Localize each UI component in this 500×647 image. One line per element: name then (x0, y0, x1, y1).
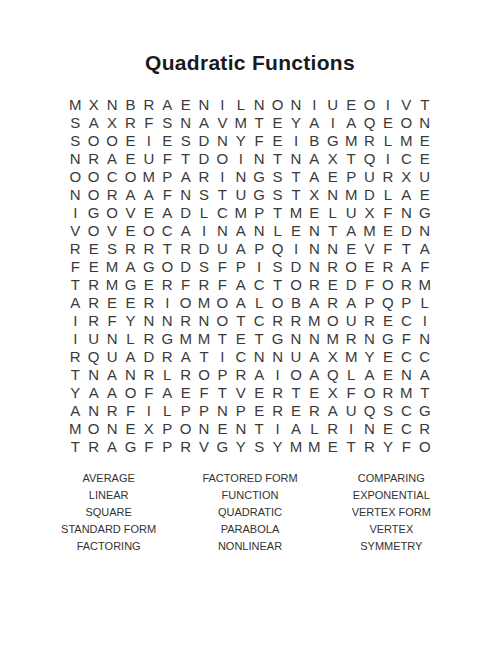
grid-cell-r6c2: O (84, 186, 102, 204)
grid-cell-r17c1: Y (66, 384, 84, 402)
grid-cell-r20c1: T (66, 438, 84, 456)
grid-cell-r14c10: E (232, 330, 250, 348)
grid-cell-r17c8: F (195, 384, 213, 402)
grid-cell-r13c12: R (268, 312, 286, 330)
grid-cell-r5c10: N (232, 168, 250, 186)
grid-cell-r12c15: R (324, 294, 342, 312)
grid-cell-r19c16: I (342, 420, 360, 438)
grid-cell-r20c5: F (140, 438, 158, 456)
grid-cell-r13c8: N (195, 312, 213, 330)
grid-cell-r9c2: E (84, 240, 102, 258)
grid-cell-r20c4: G (121, 438, 139, 456)
grid-cell-r15c16: M (342, 348, 360, 366)
grid-cell-r18c18: S (379, 402, 397, 420)
word-item: VERTEX FORM (352, 504, 431, 521)
grid-cell-r8c9: N (213, 222, 231, 240)
grid-cell-r13c14: M (305, 312, 323, 330)
grid-cell-r5c2: O (84, 168, 102, 186)
grid-cell-r17c16: F (342, 384, 360, 402)
grid-cell-r16c11: A (250, 366, 268, 384)
grid-cell-r10c6: O (158, 258, 176, 276)
word-column-1: AVERAGELINEARSQUARESTANDARD FORMFACTORIN… (38, 470, 179, 555)
word-column-2: FACTORED FORMFUNCTIONQUADRATICPARABOLANO… (179, 470, 320, 555)
grid-cell-r8c17: M (360, 222, 378, 240)
grid-cell-r2c12: E (268, 114, 286, 132)
grid-cell-r9c3: S (103, 240, 121, 258)
grid-cell-r7c11: P (250, 204, 268, 222)
word-item: PARABOLA (221, 521, 280, 538)
word-item: FACTORING (77, 538, 141, 555)
grid-cell-r11c12: T (268, 276, 286, 294)
grid-cell-r12c12: O (268, 294, 286, 312)
grid-cell-r14c5: R (140, 330, 158, 348)
grid-cell-r6c5: A (140, 186, 158, 204)
grid-cell-r15c17: Y (360, 348, 378, 366)
grid-cell-r20c13: M (287, 438, 305, 456)
grid-cell-r19c17: N (360, 420, 378, 438)
grid-cell-r7c14: E (305, 204, 323, 222)
grid-cell-r20c3: A (103, 438, 121, 456)
grid-cell-r11c11: C (250, 276, 268, 294)
grid-cell-r16c8: O (195, 366, 213, 384)
grid-cell-r15c15: X (324, 348, 342, 366)
grid-cell-r4c14: A (305, 150, 323, 168)
grid-cell-r10c10: P (232, 258, 250, 276)
grid-cell-r11c15: E (324, 276, 342, 294)
grid-cell-r20c17: R (360, 438, 378, 456)
grid-cell-r17c4: O (121, 384, 139, 402)
grid-cell-r10c8: S (195, 258, 213, 276)
grid-cell-r13c17: R (360, 312, 378, 330)
word-item: FUNCTION (222, 487, 279, 504)
grid-cell-r17c5: F (140, 384, 158, 402)
grid-cell-r9c7: R (176, 240, 194, 258)
grid-cell-r16c15: Q (324, 366, 342, 384)
grid-cell-r14c17: N (360, 330, 378, 348)
grid-cell-r6c18: L (379, 186, 397, 204)
grid-cell-r10c16: O (342, 258, 360, 276)
grid-cell-r10c5: G (140, 258, 158, 276)
grid-cell-r7c4: V (121, 204, 139, 222)
grid-cell-r7c5: E (140, 204, 158, 222)
grid-cell-r17c14: E (305, 384, 323, 402)
grid-cell-r16c13: O (287, 366, 305, 384)
grid-cell-r16c1: T (66, 366, 84, 384)
word-item: QUADRATIC (218, 504, 282, 521)
grid-cell-r10c18: R (379, 258, 397, 276)
grid-cell-r1c20: T (416, 96, 434, 114)
grid-cell-r20c11: S (250, 438, 268, 456)
grid-cell-r1c4: B (121, 96, 139, 114)
grid-cell-r14c3: N (103, 330, 121, 348)
grid-cell-r2c8: A (195, 114, 213, 132)
grid-cell-r4c3: A (103, 150, 121, 168)
grid-cell-r18c11: E (250, 402, 268, 420)
grid-cell-r10c11: I (250, 258, 268, 276)
grid-cell-r2c4: R (121, 114, 139, 132)
grid-cell-r1c19: V (397, 96, 415, 114)
grid-cell-r6c6: F (158, 186, 176, 204)
word-item: LINEAR (89, 487, 129, 504)
grid-cell-r7c7: D (176, 204, 194, 222)
grid-cell-r10c15: R (324, 258, 342, 276)
grid-cell-r6c12: S (268, 186, 286, 204)
grid-cell-r4c13: N (287, 150, 305, 168)
grid-cell-r7c9: C (213, 204, 231, 222)
grid-cell-r7c6: A (158, 204, 176, 222)
grid-cell-r19c2: O (84, 420, 102, 438)
grid-cell-r20c6: P (158, 438, 176, 456)
grid-cell-r6c11: G (250, 186, 268, 204)
grid-cell-r9c14: N (305, 240, 323, 258)
grid-cell-r9c12: Q (268, 240, 286, 258)
grid-cell-r9c17: V (360, 240, 378, 258)
grid-cell-r14c7: M (176, 330, 194, 348)
word-list: AVERAGELINEARSQUARESTANDARD FORMFACTORIN… (38, 470, 462, 555)
grid-cell-r19c20: R (416, 420, 434, 438)
grid-cell-r4c4: E (121, 150, 139, 168)
grid-cell-r15c11: N (250, 348, 268, 366)
grid-cell-r9c18: F (379, 240, 397, 258)
grid-cell-r18c19: C (397, 402, 415, 420)
grid-cell-r17c20: T (416, 384, 434, 402)
grid-cell-r18c9: N (213, 402, 231, 420)
grid-cell-r2c6: S (158, 114, 176, 132)
grid-cell-r18c20: G (416, 402, 434, 420)
grid-cell-r11c18: O (379, 276, 397, 294)
grid-cell-r19c6: P (158, 420, 176, 438)
grid-cell-r12c20: L (416, 294, 434, 312)
grid-cell-r5c7: A (176, 168, 194, 186)
word-item: VERTEX (369, 521, 413, 538)
grid-cell-r13c5: N (140, 312, 158, 330)
grid-cell-r14c1: I (66, 330, 84, 348)
grid-cell-r6c15: N (324, 186, 342, 204)
grid-cell-r3c6: E (158, 132, 176, 150)
grid-cell-r20c19: F (397, 438, 415, 456)
grid-cell-r4c20: E (416, 150, 434, 168)
grid-cell-r5c13: T (287, 168, 305, 186)
grid-cell-r14c2: U (84, 330, 102, 348)
grid-cell-r14c18: G (379, 330, 397, 348)
grid-cell-r4c11: N (250, 150, 268, 168)
grid-cell-r11c6: R (158, 276, 176, 294)
grid-cell-r15c20: C (416, 348, 434, 366)
grid-cell-r9c13: I (287, 240, 305, 258)
grid-cell-r17c2: A (84, 384, 102, 402)
grid-cell-r12c16: A (342, 294, 360, 312)
grid-cell-r11c5: E (140, 276, 158, 294)
grid-cell-r7c19: N (397, 204, 415, 222)
word-item: AVERAGE (82, 470, 134, 487)
grid-cell-r4c2: R (84, 150, 102, 168)
grid-cell-r13c11: C (250, 312, 268, 330)
grid-cell-r11c17: F (360, 276, 378, 294)
grid-cell-r4c18: I (379, 150, 397, 168)
grid-cell-r11c19: R (397, 276, 415, 294)
grid-cell-r1c10: L (232, 96, 250, 114)
grid-cell-r15c8: T (195, 348, 213, 366)
grid-cell-r2c14: A (305, 114, 323, 132)
word-column-3: COMPARINGEXPONENTIALVERTEX FORMVERTEXSYM… (321, 470, 462, 555)
grid-cell-r20c9: G (213, 438, 231, 456)
grid-cell-r8c16: A (342, 222, 360, 240)
grid-cell-r11c8: R (195, 276, 213, 294)
grid-cell-r16c3: A (103, 366, 121, 384)
grid-cell-r7c10: M (232, 204, 250, 222)
grid-cell-r17c9: T (213, 384, 231, 402)
grid-cell-r17c15: X (324, 384, 342, 402)
grid-cell-r13c3: F (103, 312, 121, 330)
grid-cell-r3c10: Y (232, 132, 250, 150)
grid-cell-r8c19: D (397, 222, 415, 240)
grid-cell-r19c8: N (195, 420, 213, 438)
grid-cell-r18c3: R (103, 402, 121, 420)
grid-cell-r12c13: B (287, 294, 305, 312)
grid-cell-r18c13: E (287, 402, 305, 420)
grid-cell-r8c18: E (379, 222, 397, 240)
grid-cell-r1c15: U (324, 96, 342, 114)
grid-cell-r19c12: I (268, 420, 286, 438)
grid-cell-r4c7: T (176, 150, 194, 168)
grid-cell-r5c18: R (379, 168, 397, 186)
grid-cell-r2c13: Y (287, 114, 305, 132)
grid-cell-r15c7: A (176, 348, 194, 366)
grid-cell-r9c16: E (342, 240, 360, 258)
word-item: SYMMETRY (360, 538, 422, 555)
grid-cell-r8c11: N (250, 222, 268, 240)
grid-cell-r18c1: A (66, 402, 84, 420)
grid-cell-r2c19: O (397, 114, 415, 132)
grid-cell-r19c9: E (213, 420, 231, 438)
grid-cell-r20c7: R (176, 438, 194, 456)
word-item: EXPONENTIAL (353, 487, 430, 504)
grid-cell-r19c18: E (379, 420, 397, 438)
grid-cell-r8c7: A (176, 222, 194, 240)
grid-cell-r7c1: I (66, 204, 84, 222)
grid-cell-r19c7: O (176, 420, 194, 438)
grid-cell-r3c11: F (250, 132, 268, 150)
grid-cell-r16c16: L (342, 366, 360, 384)
grid-cell-r13c7: R (176, 312, 194, 330)
grid-cell-r13c9: O (213, 312, 231, 330)
grid-cell-r3c18: L (379, 132, 397, 150)
grid-cell-r8c3: V (103, 222, 121, 240)
grid-cell-r8c6: C (158, 222, 176, 240)
grid-cell-r17c18: R (379, 384, 397, 402)
grid-cell-r4c12: T (268, 150, 286, 168)
grid-cell-r15c9: I (213, 348, 231, 366)
grid-cell-r17c7: E (176, 384, 194, 402)
grid-cell-r1c5: R (140, 96, 158, 114)
grid-cell-r11c16: D (342, 276, 360, 294)
grid-cell-r7c17: X (360, 204, 378, 222)
grid-cell-r15c5: D (140, 348, 158, 366)
grid-cell-r16c6: L (158, 366, 176, 384)
grid-cell-r18c8: P (195, 402, 213, 420)
grid-cell-r6c17: D (360, 186, 378, 204)
puzzle-title: Quadratic Functions (0, 51, 500, 75)
grid-cell-r6c8: S (195, 186, 213, 204)
grid-cell-r14c4: L (121, 330, 139, 348)
grid-cell-r4c16: T (342, 150, 360, 168)
grid-cell-r14c14: N (305, 330, 323, 348)
grid-cell-r5c12: S (268, 168, 286, 186)
grid-cell-r14c9: T (213, 330, 231, 348)
grid-cell-r9c10: A (232, 240, 250, 258)
grid-cell-r5c5: M (140, 168, 158, 186)
grid-cell-r14c19: F (397, 330, 415, 348)
grid-cell-r14c8: M (195, 330, 213, 348)
grid-cell-r14c15: M (324, 330, 342, 348)
grid-cell-r16c14: A (305, 366, 323, 384)
grid-cell-r20c16: T (342, 438, 360, 456)
grid-cell-r4c6: F (158, 150, 176, 168)
grid-cell-r8c20: N (416, 222, 434, 240)
grid-cell-r7c13: M (287, 204, 305, 222)
grid-cell-r5c17: U (360, 168, 378, 186)
grid-cell-r4c1: N (66, 150, 84, 168)
grid-cell-r12c8: M (195, 294, 213, 312)
grid-cell-r8c15: T (324, 222, 342, 240)
grid-cell-r13c18: E (379, 312, 397, 330)
grid-cell-r11c3: M (103, 276, 121, 294)
grid-cell-r14c6: G (158, 330, 176, 348)
grid-cell-r4c8: D (195, 150, 213, 168)
grid-cell-r16c18: E (379, 366, 397, 384)
grid-cell-r14c12: G (268, 330, 286, 348)
grid-cell-r3c7: S (176, 132, 194, 150)
grid-cell-r15c10: C (232, 348, 250, 366)
grid-cell-r2c1: S (66, 114, 84, 132)
grid-cell-r2c5: F (140, 114, 158, 132)
grid-cell-r20c10: Y (232, 438, 250, 456)
grid-cell-r8c13: E (287, 222, 305, 240)
grid-cell-r11c4: G (121, 276, 139, 294)
grid-cell-r18c15: A (324, 402, 342, 420)
grid-cell-r12c4: E (121, 294, 139, 312)
grid-cell-r1c2: X (84, 96, 102, 114)
grid-cell-r20c20: O (416, 438, 434, 456)
grid-cell-r1c11: N (250, 96, 268, 114)
grid-cell-r6c19: A (397, 186, 415, 204)
grid-cell-r10c20: F (416, 258, 434, 276)
grid-cell-r7c2: G (84, 204, 102, 222)
grid-cell-r13c1: I (66, 312, 84, 330)
grid-cell-r12c3: E (103, 294, 121, 312)
grid-cell-r15c19: C (397, 348, 415, 366)
grid-cell-r10c9: F (213, 258, 231, 276)
grid-cell-r16c19: N (397, 366, 415, 384)
grid-cell-r8c14: N (305, 222, 323, 240)
grid-cell-r11c1: T (66, 276, 84, 294)
grid-cell-r3c9: N (213, 132, 231, 150)
grid-cell-r17c6: A (158, 384, 176, 402)
grid-cell-r18c10: P (232, 402, 250, 420)
grid-cell-r15c1: R (66, 348, 84, 366)
grid-cell-r17c17: O (360, 384, 378, 402)
grid-cell-r6c14: X (305, 186, 323, 204)
grid-cell-r16c5: R (140, 366, 158, 384)
grid-cell-r2c7: N (176, 114, 194, 132)
grid-cell-r15c4: A (121, 348, 139, 366)
grid-cell-r12c11: L (250, 294, 268, 312)
grid-cell-r6c13: T (287, 186, 305, 204)
grid-cell-r3c3: O (103, 132, 121, 150)
grid-cell-r1c1: M (66, 96, 84, 114)
grid-cell-r14c13: N (287, 330, 305, 348)
grid-cell-r5c1: O (66, 168, 84, 186)
grid-cell-r7c20: G (416, 204, 434, 222)
grid-cell-r18c16: U (342, 402, 360, 420)
grid-cell-r5c16: P (342, 168, 360, 186)
grid-cell-r14c11: T (250, 330, 268, 348)
grid-cell-r11c9: F (213, 276, 231, 294)
puzzle-page: Quadratic Functions MXNBRAENILNONIUEOIVT… (0, 0, 500, 647)
grid-cell-r5c8: R (195, 168, 213, 186)
grid-cell-r3c5: I (140, 132, 158, 150)
grid-cell-r19c15: R (324, 420, 342, 438)
grid-cell-r19c4: E (121, 420, 139, 438)
grid-cell-r1c3: N (103, 96, 121, 114)
grid-cell-r10c13: D (287, 258, 305, 276)
word-item: STANDARD FORM (61, 521, 156, 538)
grid-cell-r9c1: R (66, 240, 84, 258)
grid-cell-r19c13: A (287, 420, 305, 438)
grid-cell-r3c17: R (360, 132, 378, 150)
word-item: FACTORED FORM (202, 470, 297, 487)
grid-cell-r10c4: A (121, 258, 139, 276)
grid-cell-r7c12: T (268, 204, 286, 222)
grid-cell-r15c18: E (379, 348, 397, 366)
grid-cell-r2c20: N (416, 114, 434, 132)
grid-cell-r1c12: O (268, 96, 286, 114)
grid-cell-r18c2: N (84, 402, 102, 420)
grid-cell-r10c12: S (268, 258, 286, 276)
grid-cell-r7c3: O (103, 204, 121, 222)
grid-cell-r19c1: M (66, 420, 84, 438)
grid-cell-r2c11: T (250, 114, 268, 132)
grid-cell-r9c20: A (416, 240, 434, 258)
grid-cell-r1c9: I (213, 96, 231, 114)
grid-cell-r18c6: L (158, 402, 176, 420)
grid-cell-r11c7: F (176, 276, 194, 294)
grid-cell-r19c14: L (305, 420, 323, 438)
grid-cell-r2c3: X (103, 114, 121, 132)
grid-cell-r9c19: T (397, 240, 415, 258)
grid-cell-r13c19: C (397, 312, 415, 330)
grid-cell-r3c20: E (416, 132, 434, 150)
word-item: SQUARE (85, 504, 131, 521)
grid-cell-r14c16: R (342, 330, 360, 348)
grid-cell-r16c12: I (268, 366, 286, 384)
grid-cell-r17c3: A (103, 384, 121, 402)
grid-cell-r17c19: M (397, 384, 415, 402)
grid-cell-r1c18: I (379, 96, 397, 114)
grid-cell-r3c13: I (287, 132, 305, 150)
grid-cell-r3c2: O (84, 132, 102, 150)
grid-cell-r12c19: P (397, 294, 415, 312)
grid-cell-r11c14: R (305, 276, 323, 294)
grid-cell-r12c17: P (360, 294, 378, 312)
grid-cell-r10c14: N (305, 258, 323, 276)
grid-cell-r8c5: O (140, 222, 158, 240)
grid-cell-r8c1: V (66, 222, 84, 240)
grid-cell-r12c1: A (66, 294, 84, 312)
grid-cell-r18c4: F (121, 402, 139, 420)
grid-cell-r16c7: R (176, 366, 194, 384)
grid-cell-r16c2: N (84, 366, 102, 384)
